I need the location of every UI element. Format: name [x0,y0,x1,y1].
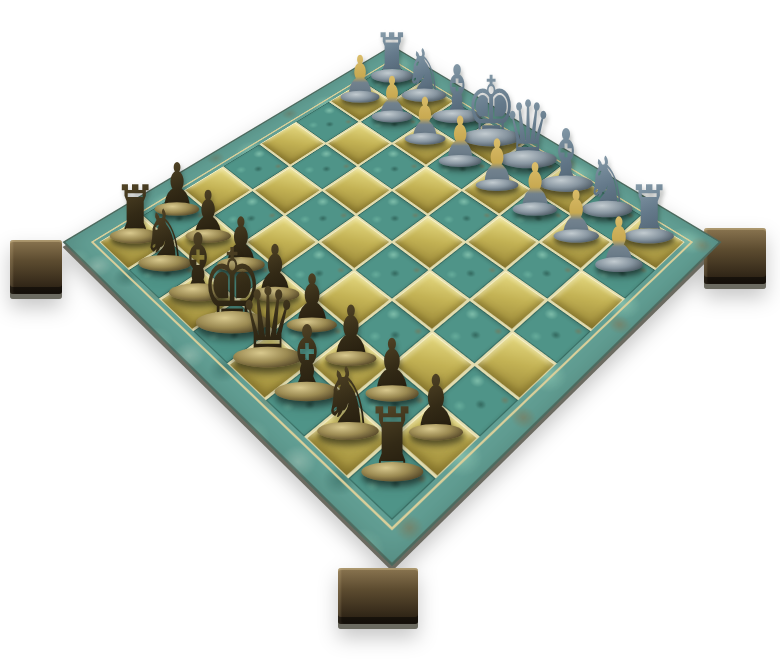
product-photo-stage: ♜♞♝♛♚♝♞♜♟♟♟♟♟♟♟♟♟♟♟♟♟♟♟♟♜♞♝♛♚♝♞♜ [0,0,780,671]
chess-board [62,45,721,566]
board-foot-bottom [338,568,418,624]
board-inner-frame [91,59,693,530]
board-squares [99,63,684,520]
chess-board-wrap [0,0,780,671]
board-foot-left [10,240,62,294]
board-border [62,45,721,566]
